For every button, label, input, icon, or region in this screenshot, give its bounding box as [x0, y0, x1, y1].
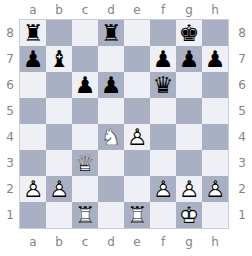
square-d1[interactable]	[98, 202, 124, 228]
rank-label-left-1: 1	[3, 202, 17, 228]
file-label-top-e: e	[124, 2, 150, 18]
rank-label-right-7: 7	[235, 46, 249, 72]
square-f1[interactable]	[150, 202, 176, 228]
white-piece-outline: ♙	[151, 176, 175, 202]
rank-label-right-8: 8	[235, 20, 249, 46]
square-f5[interactable]	[150, 98, 176, 124]
piece-white-pawn[interactable]: ♟♙	[47, 176, 71, 202]
file-label-bottom-f: f	[150, 234, 176, 250]
square-a7[interactable]: ♟	[20, 46, 46, 72]
square-e4[interactable]: ♟♙	[124, 124, 150, 150]
square-g6[interactable]	[176, 72, 202, 98]
square-b3[interactable]	[46, 150, 72, 176]
square-b4[interactable]	[46, 124, 72, 150]
piece-black-rook[interactable]: ♜	[23, 20, 44, 46]
square-f3[interactable]	[150, 150, 176, 176]
square-c3[interactable]: ♛♕	[72, 150, 98, 176]
white-piece-outline: ♙	[125, 124, 149, 150]
piece-black-king[interactable]: ♚	[179, 20, 200, 46]
rank-label-right-4: 4	[235, 124, 249, 150]
square-g4[interactable]	[176, 124, 202, 150]
square-a5[interactable]	[20, 98, 46, 124]
piece-white-king[interactable]: ♚♔	[177, 202, 201, 228]
square-e2[interactable]	[124, 176, 150, 202]
square-g5[interactable]	[176, 98, 202, 124]
rank-label-right-1: 1	[235, 202, 249, 228]
piece-white-pawn[interactable]: ♟♙	[177, 176, 201, 202]
square-b5[interactable]	[46, 98, 72, 124]
file-label-bottom-h: h	[202, 234, 228, 250]
square-h4[interactable]	[202, 124, 228, 150]
rank-label-right-6: 6	[235, 72, 249, 98]
piece-black-pawn[interactable]: ♟	[75, 72, 96, 98]
file-label-bottom-e: e	[124, 234, 150, 250]
square-f2[interactable]: ♟♙	[150, 176, 176, 202]
white-piece-outline: ♕	[73, 150, 97, 176]
square-e8[interactable]	[124, 20, 150, 46]
rank-label-left-5: 5	[3, 98, 17, 124]
piece-black-bishop[interactable]: ♝	[49, 46, 70, 72]
rank-label-right-3: 3	[235, 150, 249, 176]
file-label-bottom-c: c	[72, 234, 98, 250]
file-label-top-b: b	[46, 2, 72, 18]
file-label-bottom-b: b	[46, 234, 72, 250]
file-label-bottom-d: d	[98, 234, 124, 250]
square-g2[interactable]: ♟♙	[176, 176, 202, 202]
square-a2[interactable]: ♟♙	[20, 176, 46, 202]
piece-white-knight[interactable]: ♞♘	[99, 124, 123, 150]
square-a4[interactable]	[20, 124, 46, 150]
square-d3[interactable]	[98, 150, 124, 176]
piece-black-pawn[interactable]: ♟	[179, 46, 200, 72]
file-labels-bottom: abcdefgh	[20, 234, 228, 250]
square-f4[interactable]	[150, 124, 176, 150]
square-e3[interactable]	[124, 150, 150, 176]
square-g8[interactable]: ♚	[176, 20, 202, 46]
rank-label-right-5: 5	[235, 98, 249, 124]
file-label-bottom-a: a	[20, 234, 46, 250]
square-e5[interactable]	[124, 98, 150, 124]
rank-label-left-2: 2	[3, 176, 17, 202]
square-c6[interactable]: ♟	[72, 72, 98, 98]
square-h6[interactable]	[202, 72, 228, 98]
rank-label-left-8: 8	[3, 20, 17, 46]
rank-label-left-6: 6	[3, 72, 17, 98]
square-d4[interactable]: ♞♘	[98, 124, 124, 150]
square-b2[interactable]: ♟♙	[46, 176, 72, 202]
piece-black-pawn[interactable]: ♟	[101, 72, 122, 98]
square-a6[interactable]	[20, 72, 46, 98]
piece-white-pawn[interactable]: ♟♙	[203, 176, 227, 202]
square-e7[interactable]	[124, 46, 150, 72]
square-h1[interactable]	[202, 202, 228, 228]
file-label-top-d: d	[98, 2, 124, 18]
square-d7[interactable]	[98, 46, 124, 72]
white-piece-outline: ♙	[203, 176, 227, 202]
square-h2[interactable]: ♟♙	[202, 176, 228, 202]
square-c2[interactable]	[72, 176, 98, 202]
white-piece-outline: ♔	[177, 202, 201, 228]
chess-board: ♜♜♚♟♝♟♟♟♟♟♛♞♘♟♙♛♕♟♙♟♙♟♙♟♙♟♙♜♖♜♖♚♔	[19, 19, 229, 229]
piece-black-pawn[interactable]: ♟	[23, 46, 44, 72]
square-g1[interactable]: ♚♔	[176, 202, 202, 228]
rank-labels-left: 87654321	[3, 20, 17, 228]
square-c8[interactable]	[72, 20, 98, 46]
white-piece-outline: ♖	[73, 202, 97, 228]
piece-black-queen[interactable]: ♛	[153, 72, 174, 98]
square-e1[interactable]: ♜♖	[124, 202, 150, 228]
square-a3[interactable]	[20, 150, 46, 176]
square-c5[interactable]	[72, 98, 98, 124]
square-d8[interactable]: ♜	[98, 20, 124, 46]
piece-white-pawn[interactable]: ♟♙	[151, 176, 175, 202]
rank-label-left-3: 3	[3, 150, 17, 176]
square-c1[interactable]: ♜♖	[72, 202, 98, 228]
square-h5[interactable]	[202, 98, 228, 124]
square-f7[interactable]: ♟	[150, 46, 176, 72]
square-c4[interactable]	[72, 124, 98, 150]
piece-white-queen[interactable]: ♛♕	[73, 150, 97, 176]
file-label-top-a: a	[20, 2, 46, 18]
square-h8[interactable]	[202, 20, 228, 46]
white-piece-outline: ♙	[21, 176, 45, 202]
square-b6[interactable]	[46, 72, 72, 98]
square-c7[interactable]	[72, 46, 98, 72]
white-piece-outline: ♘	[99, 124, 123, 150]
piece-black-pawn[interactable]: ♟	[153, 46, 174, 72]
square-d5[interactable]	[98, 98, 124, 124]
piece-white-pawn[interactable]: ♟♙	[125, 124, 149, 150]
file-label-top-f: f	[150, 2, 176, 18]
white-piece-outline: ♖	[125, 202, 149, 228]
file-label-top-h: h	[202, 2, 228, 18]
square-a1[interactable]	[20, 202, 46, 228]
piece-white-rook[interactable]: ♜♖	[125, 202, 149, 228]
file-label-top-g: g	[176, 2, 202, 18]
square-h7[interactable]: ♟	[202, 46, 228, 72]
piece-white-rook[interactable]: ♜♖	[73, 202, 97, 228]
square-d6[interactable]: ♟	[98, 72, 124, 98]
square-h3[interactable]	[202, 150, 228, 176]
square-f6[interactable]: ♛	[150, 72, 176, 98]
rank-labels-right: 87654321	[235, 20, 249, 228]
file-label-bottom-g: g	[176, 234, 202, 250]
chess-diagram: abcdefgh 87654321 ♜♜♚♟♝♟♟♟♟♟♛♞♘♟♙♛♕♟♙♟♙♟…	[0, 0, 252, 256]
square-e6[interactable]	[124, 72, 150, 98]
piece-black-rook[interactable]: ♜	[101, 20, 122, 46]
square-g3[interactable]	[176, 150, 202, 176]
file-label-top-c: c	[72, 2, 98, 18]
white-piece-outline: ♙	[177, 176, 201, 202]
white-piece-outline: ♙	[47, 176, 71, 202]
piece-white-pawn[interactable]: ♟♙	[21, 176, 45, 202]
square-f8[interactable]	[150, 20, 176, 46]
square-b8[interactable]	[46, 20, 72, 46]
rank-label-right-2: 2	[235, 176, 249, 202]
piece-black-pawn[interactable]: ♟	[205, 46, 226, 72]
square-g7[interactable]: ♟	[176, 46, 202, 72]
rank-label-left-4: 4	[3, 124, 17, 150]
square-d2[interactable]	[98, 176, 124, 202]
square-b7[interactable]: ♝	[46, 46, 72, 72]
square-b1[interactable]	[46, 202, 72, 228]
rank-label-left-7: 7	[3, 46, 17, 72]
file-labels-top: abcdefgh	[20, 2, 228, 18]
square-a8[interactable]: ♜	[20, 20, 46, 46]
